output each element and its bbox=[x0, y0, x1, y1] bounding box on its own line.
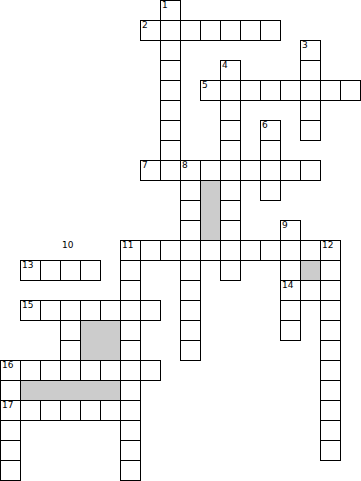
crossword-cell-c8-r1[interactable] bbox=[160, 20, 181, 41]
crossword-cell-c15-r6[interactable] bbox=[300, 120, 321, 141]
crossword-cell-c6-r23[interactable] bbox=[120, 460, 141, 481]
crossword-cell-c8-r4[interactable] bbox=[160, 80, 181, 101]
crossword-cell-c14-r13[interactable] bbox=[280, 260, 301, 281]
crossword-cell-c16-r13[interactable] bbox=[320, 260, 341, 281]
crossword-cell-c14-r14[interactable] bbox=[280, 280, 301, 301]
crossword-cell-c3-r16[interactable] bbox=[60, 320, 81, 341]
crossword-cell-c13-r1[interactable] bbox=[260, 20, 281, 41]
crossword-cell-c14-r15[interactable] bbox=[280, 300, 301, 321]
crossword-cell-c2-r15[interactable] bbox=[40, 300, 61, 321]
crossword-cell-c16-r14[interactable] bbox=[320, 280, 341, 301]
crossword-cell-c12-r8[interactable] bbox=[240, 160, 261, 181]
crossword-cell-c14-r8[interactable] bbox=[280, 160, 301, 181]
crossword-cell-c12-r12[interactable] bbox=[240, 240, 261, 261]
crossword-cell-c7-r18[interactable] bbox=[140, 360, 161, 381]
crossword-cell-c12-r1[interactable] bbox=[240, 20, 261, 41]
crossword-cell-c16-r16[interactable] bbox=[320, 320, 341, 341]
crossword-cell-c8-r2[interactable] bbox=[160, 40, 181, 61]
crossword-cell-c15-r2[interactable] bbox=[300, 40, 321, 61]
crossword-cell-c6-r12[interactable] bbox=[120, 240, 141, 261]
crossword-cell-c4-r13[interactable] bbox=[80, 260, 101, 281]
crossword-cell-c9-r17[interactable] bbox=[180, 340, 201, 361]
crossword-cell-c3-r15[interactable] bbox=[60, 300, 81, 321]
crossword-cell-c7-r12[interactable] bbox=[140, 240, 161, 261]
crossword-cell-c2-r13[interactable] bbox=[40, 260, 61, 281]
crossword-cell-c6-r14[interactable] bbox=[120, 280, 141, 301]
crossword-cell-c9-r10[interactable] bbox=[180, 200, 201, 221]
shaded-block bbox=[300, 260, 321, 281]
crossword-cell-c13-r8[interactable] bbox=[260, 160, 281, 181]
crossword-cell-c1-r18[interactable] bbox=[20, 360, 41, 381]
crossword-cell-c15-r14[interactable] bbox=[300, 280, 321, 301]
crossword-cell-c8-r0[interactable] bbox=[160, 0, 181, 21]
crossword-cell-c11-r9[interactable] bbox=[220, 180, 241, 201]
crossword-cell-c16-r18[interactable] bbox=[320, 360, 341, 381]
crossword-cell-c16-r4[interactable] bbox=[320, 80, 341, 101]
crossword-cell-c4-r15[interactable] bbox=[80, 300, 101, 321]
crossword-cell-c9-r1[interactable] bbox=[180, 20, 201, 41]
crossword-cell-c11-r3[interactable] bbox=[220, 60, 241, 81]
crossword-cell-c3-r13[interactable] bbox=[60, 260, 81, 281]
crossword-cell-c8-r3[interactable] bbox=[160, 60, 181, 81]
crossword-cell-c14-r16[interactable] bbox=[280, 320, 301, 341]
crossword-cell-c11-r1[interactable] bbox=[220, 20, 241, 41]
crossword-cell-c9-r14[interactable] bbox=[180, 280, 201, 301]
crossword-cell-c13-r12[interactable] bbox=[260, 240, 281, 261]
crossword-cell-c6-r20[interactable] bbox=[120, 400, 141, 421]
crossword-cell-c16-r21[interactable] bbox=[320, 420, 341, 441]
crossword-cell-c10-r1[interactable] bbox=[200, 20, 221, 41]
crossword-cell-c11-r6[interactable] bbox=[220, 120, 241, 141]
crossword-cell-c5-r18[interactable] bbox=[100, 360, 121, 381]
shaded-block bbox=[200, 180, 221, 241]
crossword-cell-c1-r20[interactable] bbox=[20, 400, 41, 421]
crossword-cell-c11-r5[interactable] bbox=[220, 100, 241, 121]
crossword-cell-c11-r8[interactable] bbox=[220, 160, 241, 181]
clue-number-10: 10 bbox=[62, 241, 73, 250]
crossword-cell-c9-r15[interactable] bbox=[180, 300, 201, 321]
crossword-cell-c2-r20[interactable] bbox=[40, 400, 61, 421]
crossword-cell-c16-r12[interactable] bbox=[320, 240, 341, 261]
crossword-cell-c16-r19[interactable] bbox=[320, 380, 341, 401]
crossword-cell-c13-r6[interactable] bbox=[260, 120, 281, 141]
crossword-cell-c8-r6[interactable] bbox=[160, 120, 181, 141]
crossword-cell-c8-r7[interactable] bbox=[160, 140, 181, 161]
crossword-cell-c1-r15[interactable] bbox=[20, 300, 41, 321]
crossword-cell-c6-r18[interactable] bbox=[120, 360, 141, 381]
crossword-cell-c13-r9[interactable] bbox=[260, 180, 281, 201]
crossword-cell-c9-r11[interactable] bbox=[180, 220, 201, 241]
shaded-block bbox=[80, 320, 121, 361]
shaded-block bbox=[20, 380, 121, 401]
crossword-cell-c6-r22[interactable] bbox=[120, 440, 141, 461]
crossword-cell-c2-r18[interactable] bbox=[40, 360, 61, 381]
crossword-cell-c16-r17[interactable] bbox=[320, 340, 341, 361]
crossword-cell-c6-r17[interactable] bbox=[120, 340, 141, 361]
crossword-cell-c15-r5[interactable] bbox=[300, 100, 321, 121]
crossword-cell-c5-r20[interactable] bbox=[100, 400, 121, 421]
crossword-cell-c11-r13[interactable] bbox=[220, 260, 241, 281]
crossword-cell-c11-r11[interactable] bbox=[220, 220, 241, 241]
crossword-cell-c11-r7[interactable] bbox=[220, 140, 241, 161]
crossword-cell-c3-r18[interactable] bbox=[60, 360, 81, 381]
crossword-cell-c9-r13[interactable] bbox=[180, 260, 201, 281]
crossword-cell-c16-r22[interactable] bbox=[320, 440, 341, 461]
crossword-cell-c15-r8[interactable] bbox=[300, 160, 321, 181]
crossword-cell-c12-r4[interactable] bbox=[240, 80, 261, 101]
crossword-cell-c5-r15[interactable] bbox=[100, 300, 121, 321]
crossword-cell-c15-r3[interactable] bbox=[300, 60, 321, 81]
crossword-cell-c9-r9[interactable] bbox=[180, 180, 201, 201]
crossword-cell-c16-r20[interactable] bbox=[320, 400, 341, 421]
crossword-cell-c8-r8[interactable] bbox=[160, 160, 181, 181]
crossword-cell-c10-r8[interactable] bbox=[200, 160, 221, 181]
crossword-cell-c6-r16[interactable] bbox=[120, 320, 141, 341]
crossword-cell-c7-r15[interactable] bbox=[140, 300, 161, 321]
crossword-cell-c8-r12[interactable] bbox=[160, 240, 181, 261]
crossword-cell-c0-r18[interactable] bbox=[0, 360, 21, 381]
crossword-cell-c1-r13[interactable] bbox=[20, 260, 41, 281]
crossword-cell-c4-r18[interactable] bbox=[80, 360, 101, 381]
crossword-cell-c15-r12[interactable] bbox=[300, 240, 321, 261]
crossword-cell-c7-r8[interactable] bbox=[140, 160, 161, 181]
crossword-cell-c16-r15[interactable] bbox=[320, 300, 341, 321]
crossword-cell-c4-r20[interactable] bbox=[80, 400, 101, 421]
crossword-cell-c3-r17[interactable] bbox=[60, 340, 81, 361]
crossword-cell-c3-r20[interactable] bbox=[60, 400, 81, 421]
crossword-cell-c7-r1[interactable] bbox=[140, 20, 161, 41]
crossword-cell-c6-r15[interactable] bbox=[120, 300, 141, 321]
crossword-cell-c0-r23[interactable] bbox=[0, 460, 21, 481]
crossword-cell-c9-r8[interactable] bbox=[180, 160, 201, 181]
crossword-cell-c11-r4[interactable] bbox=[220, 80, 241, 101]
crossword-cell-c14-r4[interactable] bbox=[280, 80, 301, 101]
crossword-cell-c6-r19[interactable] bbox=[120, 380, 141, 401]
crossword-cell-c0-r22[interactable] bbox=[0, 440, 21, 461]
crossword-cell-c6-r13[interactable] bbox=[120, 260, 141, 281]
crossword-cell-c14-r12[interactable] bbox=[280, 240, 301, 261]
crossword-cell-c0-r21[interactable] bbox=[0, 420, 21, 441]
crossword-cell-c0-r19[interactable] bbox=[0, 380, 21, 401]
crossword-cell-c6-r21[interactable] bbox=[120, 420, 141, 441]
crossword-cell-c9-r12[interactable] bbox=[180, 240, 201, 261]
crossword-cell-c11-r10[interactable] bbox=[220, 200, 241, 221]
crossword-cell-c11-r12[interactable] bbox=[220, 240, 241, 261]
crossword-cell-c10-r12[interactable] bbox=[200, 240, 221, 261]
crossword-cell-c14-r11[interactable] bbox=[280, 220, 301, 241]
crossword-cell-c0-r20[interactable] bbox=[0, 400, 21, 421]
crossword-cell-c15-r4[interactable] bbox=[300, 80, 321, 101]
crossword-cell-c13-r4[interactable] bbox=[260, 80, 281, 101]
crossword-cell-c10-r4[interactable] bbox=[200, 80, 221, 101]
crossword-cell-c9-r16[interactable] bbox=[180, 320, 201, 341]
crossword-cell-c13-r7[interactable] bbox=[260, 140, 281, 161]
crossword-cell-c8-r5[interactable] bbox=[160, 100, 181, 121]
crossword-grid: 1234567891011121314151617 bbox=[0, 0, 361, 481]
crossword-cell-c17-r4[interactable] bbox=[340, 80, 361, 101]
